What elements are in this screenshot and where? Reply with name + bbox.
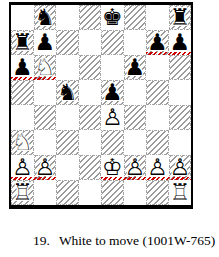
white-knight-a3: ♞♘	[12, 130, 33, 155]
piece-glyph: ♞	[57, 79, 78, 105]
square-c3	[56, 130, 79, 155]
square-d8	[79, 5, 102, 30]
black-rook-a7: ♜♜	[12, 30, 33, 55]
white-rook-a1: ♜♖	[12, 180, 33, 205]
piece-glyph: ♚	[102, 4, 123, 30]
square-h8: ♜♜	[169, 5, 192, 30]
piece-glyph: ♜	[169, 4, 190, 30]
diagram-caption: 19.White to move (1001W-765)	[33, 233, 219, 249]
piece-glyph: ♖	[169, 179, 190, 205]
square-b8: ♞♞	[34, 5, 57, 30]
square-h6	[169, 55, 192, 80]
red-squiggle-a6-b6	[11, 77, 56, 80]
square-e4: ♟♙	[101, 105, 124, 130]
square-g4	[146, 105, 169, 130]
square-c4	[56, 105, 79, 130]
square-f7	[124, 30, 147, 55]
square-g8	[146, 5, 169, 30]
square-c8	[56, 5, 79, 30]
square-d6	[79, 55, 102, 80]
square-e5: ♟♟	[101, 80, 124, 105]
square-b4	[34, 105, 57, 130]
black-pawn-b7: ♟♟	[34, 30, 57, 55]
diagram-caption-text: White to move (1001W-765)	[59, 233, 215, 248]
square-e1	[101, 180, 124, 205]
square-g6	[146, 55, 169, 80]
square-f3	[124, 130, 147, 155]
square-h1: ♜♖	[169, 180, 192, 205]
black-king-e8: ♚♚	[101, 5, 124, 30]
black-knight-c5: ♞♞	[57, 80, 78, 105]
square-d2	[79, 155, 102, 180]
square-d7	[79, 30, 102, 55]
square-c1	[56, 180, 79, 205]
white-pawn-e4: ♟♙	[101, 105, 124, 130]
square-e6	[101, 55, 124, 80]
red-squiggle-a2-b2	[11, 177, 56, 180]
square-d5	[79, 80, 102, 105]
square-e7	[101, 30, 124, 55]
piece-glyph: ♟	[34, 29, 55, 55]
red-squiggle-e2-h2	[101, 177, 191, 180]
square-a1: ♜♖	[11, 180, 34, 205]
square-e8: ♚♚	[101, 5, 124, 30]
white-rook-h1: ♜♖	[169, 180, 192, 205]
piece-glyph: ♘	[12, 129, 33, 155]
square-h5	[169, 80, 192, 105]
black-pawn-f6: ♟♟	[124, 55, 145, 80]
square-a8	[11, 5, 34, 30]
square-b1	[34, 180, 57, 205]
square-c5: ♞♞	[56, 80, 79, 105]
diagram-number: 19.	[33, 233, 50, 248]
square-a5	[11, 80, 34, 105]
square-g5	[146, 80, 169, 105]
square-a4	[11, 105, 34, 130]
square-f8	[124, 5, 147, 30]
square-d3	[79, 130, 102, 155]
square-b5	[34, 80, 57, 105]
square-a7: ♜♜	[11, 30, 34, 55]
piece-glyph: ♜	[12, 29, 33, 55]
square-d4	[79, 105, 102, 130]
black-knight-b8: ♞♞	[34, 5, 55, 30]
piece-glyph: ♟	[102, 79, 123, 105]
square-c6	[56, 55, 79, 80]
black-pawn-e5: ♟♟	[102, 80, 123, 105]
square-h4	[169, 105, 192, 130]
square-c7	[56, 30, 79, 55]
square-e3	[101, 130, 124, 155]
piece-glyph: ♙	[102, 104, 123, 130]
black-rook-h8: ♜♜	[169, 5, 190, 30]
piece-glyph: ♟	[124, 54, 145, 80]
square-g1	[146, 180, 169, 205]
square-f4	[124, 105, 147, 130]
piece-glyph: ♞	[34, 4, 55, 30]
square-b3	[34, 130, 57, 155]
square-f1	[124, 180, 147, 205]
square-c2	[56, 155, 79, 180]
piece-glyph: ♖	[12, 179, 33, 205]
chessboard-grid: ♞♞♚♚♜♜♜♜♟♟♟♟♟♟♟♟♞♘♟♟♞♞♟♟♟♙♞♘♟♙♟♙♚♔♟♙♟♙♟♙…	[11, 5, 191, 205]
square-f6: ♟♟	[124, 55, 147, 80]
square-d1	[79, 180, 102, 205]
square-f5	[124, 80, 147, 105]
square-b7: ♟♟	[34, 30, 57, 55]
square-a3: ♞♘	[11, 130, 34, 155]
red-squiggle-g7-h7	[146, 52, 191, 55]
square-h3	[169, 130, 192, 155]
square-g3	[146, 130, 169, 155]
chessboard: ♞♞♚♚♜♜♜♜♟♟♟♟♟♟♟♟♞♘♟♟♞♞♟♟♟♙♞♘♟♙♟♙♚♔♟♙♟♙♟♙…	[9, 2, 193, 209]
